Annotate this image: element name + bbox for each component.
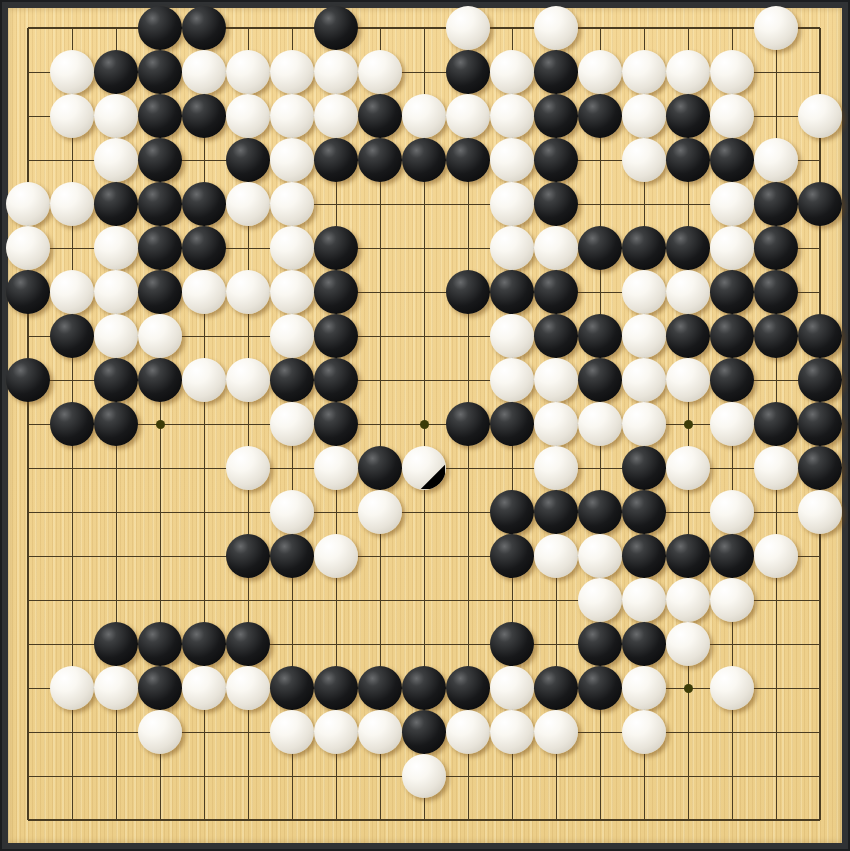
white-stone	[94, 314, 138, 358]
white-stone	[490, 314, 534, 358]
star-point	[684, 420, 693, 429]
white-stone	[94, 94, 138, 138]
white-stone	[490, 226, 534, 270]
white-stone	[226, 666, 270, 710]
white-stone	[534, 534, 578, 578]
black-stone	[138, 6, 182, 50]
black-stone	[534, 138, 578, 182]
black-stone	[50, 402, 94, 446]
white-stone	[182, 666, 226, 710]
white-stone	[666, 50, 710, 94]
black-stone	[622, 226, 666, 270]
black-stone	[710, 138, 754, 182]
white-stone	[94, 138, 138, 182]
white-stone	[270, 138, 314, 182]
black-stone	[138, 622, 182, 666]
white-stone	[314, 94, 358, 138]
black-stone	[358, 446, 402, 490]
black-stone	[138, 138, 182, 182]
white-stone	[754, 6, 798, 50]
white-stone	[578, 402, 622, 446]
white-stone	[50, 94, 94, 138]
black-stone	[710, 358, 754, 402]
black-stone	[622, 534, 666, 578]
white-stone	[490, 182, 534, 226]
white-stone	[578, 534, 622, 578]
white-stone	[402, 94, 446, 138]
black-stone	[754, 182, 798, 226]
black-stone	[446, 270, 490, 314]
star-point	[420, 420, 429, 429]
white-stone	[358, 710, 402, 754]
white-stone	[270, 94, 314, 138]
white-stone	[490, 138, 534, 182]
white-stone	[710, 226, 754, 270]
white-stone	[666, 622, 710, 666]
black-stone	[138, 666, 182, 710]
white-stone	[710, 490, 754, 534]
white-stone	[490, 94, 534, 138]
black-stone	[710, 534, 754, 578]
black-stone	[490, 270, 534, 314]
black-stone	[578, 314, 622, 358]
white-stone	[622, 94, 666, 138]
black-stone	[182, 182, 226, 226]
white-stone	[490, 666, 534, 710]
white-stone	[94, 270, 138, 314]
grid-line	[28, 819, 820, 821]
white-stone	[314, 710, 358, 754]
white-stone	[138, 314, 182, 358]
star-point	[156, 420, 165, 429]
black-stone	[94, 182, 138, 226]
white-stone	[270, 402, 314, 446]
white-stone	[578, 578, 622, 622]
black-stone	[798, 446, 842, 490]
black-stone	[138, 182, 182, 226]
white-stone	[490, 358, 534, 402]
black-stone	[270, 534, 314, 578]
last-move-triangle-marker	[419, 463, 445, 489]
black-stone	[94, 402, 138, 446]
white-stone	[358, 50, 402, 94]
white-stone	[710, 182, 754, 226]
black-stone	[666, 138, 710, 182]
white-stone	[666, 578, 710, 622]
white-stone	[358, 490, 402, 534]
black-stone	[534, 490, 578, 534]
white-stone	[270, 50, 314, 94]
black-stone	[314, 138, 358, 182]
white-stone	[754, 534, 798, 578]
white-stone	[534, 6, 578, 50]
black-stone	[666, 226, 710, 270]
white-stone	[754, 446, 798, 490]
black-stone	[446, 50, 490, 94]
white-stone	[402, 754, 446, 798]
black-stone	[710, 270, 754, 314]
white-stone	[534, 358, 578, 402]
black-stone	[314, 402, 358, 446]
black-stone	[754, 402, 798, 446]
black-stone	[358, 94, 402, 138]
black-stone	[534, 314, 578, 358]
black-stone	[666, 94, 710, 138]
black-stone	[138, 358, 182, 402]
black-stone	[94, 50, 138, 94]
go-board[interactable]	[8, 8, 842, 843]
black-stone	[138, 226, 182, 270]
black-stone	[534, 666, 578, 710]
black-stone	[578, 94, 622, 138]
black-stone	[138, 94, 182, 138]
black-stone	[578, 622, 622, 666]
black-stone	[798, 358, 842, 402]
black-stone	[6, 270, 50, 314]
white-stone	[622, 138, 666, 182]
black-stone	[182, 94, 226, 138]
black-stone	[314, 358, 358, 402]
black-stone	[534, 270, 578, 314]
white-stone	[182, 358, 226, 402]
white-stone	[710, 402, 754, 446]
black-stone	[666, 314, 710, 358]
black-stone	[710, 314, 754, 358]
black-stone	[446, 666, 490, 710]
white-stone	[446, 710, 490, 754]
white-stone	[226, 358, 270, 402]
white-stone	[6, 182, 50, 226]
go-app-screenshot	[0, 0, 850, 851]
white-stone	[710, 94, 754, 138]
white-stone	[622, 50, 666, 94]
white-stone	[226, 94, 270, 138]
star-point	[684, 684, 693, 693]
white-stone	[270, 314, 314, 358]
black-stone	[446, 402, 490, 446]
white-stone	[270, 710, 314, 754]
black-stone	[754, 270, 798, 314]
black-stone	[270, 358, 314, 402]
black-stone	[182, 6, 226, 50]
white-stone	[446, 6, 490, 50]
black-stone	[578, 226, 622, 270]
black-stone	[226, 138, 270, 182]
black-stone	[490, 490, 534, 534]
black-stone	[314, 6, 358, 50]
black-stone	[754, 314, 798, 358]
white-stone	[314, 534, 358, 578]
black-stone	[666, 534, 710, 578]
white-stone	[622, 314, 666, 358]
white-stone	[314, 446, 358, 490]
black-stone	[270, 666, 314, 710]
black-stone	[358, 666, 402, 710]
white-stone	[622, 358, 666, 402]
white-stone	[50, 270, 94, 314]
black-stone	[358, 138, 402, 182]
black-stone	[622, 622, 666, 666]
black-stone	[798, 402, 842, 446]
black-stone	[578, 490, 622, 534]
white-stone	[622, 270, 666, 314]
white-stone	[314, 50, 358, 94]
white-stone	[710, 50, 754, 94]
white-stone	[578, 50, 622, 94]
white-stone	[270, 226, 314, 270]
black-stone	[138, 50, 182, 94]
black-stone	[314, 226, 358, 270]
black-stone	[402, 138, 446, 182]
white-stone	[182, 270, 226, 314]
black-stone	[182, 226, 226, 270]
black-stone	[578, 666, 622, 710]
black-stone	[182, 622, 226, 666]
white-stone	[270, 490, 314, 534]
black-stone	[490, 402, 534, 446]
black-stone	[314, 270, 358, 314]
white-stone	[710, 578, 754, 622]
white-stone	[270, 182, 314, 226]
white-stone	[94, 226, 138, 270]
white-stone	[622, 666, 666, 710]
black-stone	[138, 270, 182, 314]
black-stone	[622, 446, 666, 490]
white-stone	[490, 710, 534, 754]
black-stone	[226, 534, 270, 578]
black-stone	[534, 182, 578, 226]
white-stone	[622, 578, 666, 622]
black-stone	[534, 50, 578, 94]
black-stone	[446, 138, 490, 182]
black-stone	[798, 182, 842, 226]
white-stone	[94, 666, 138, 710]
white-stone	[534, 226, 578, 270]
black-stone	[490, 622, 534, 666]
black-stone	[402, 666, 446, 710]
white-stone	[666, 358, 710, 402]
black-stone	[226, 622, 270, 666]
black-stone	[754, 226, 798, 270]
white-stone	[226, 270, 270, 314]
white-stone	[138, 710, 182, 754]
white-stone	[270, 270, 314, 314]
black-stone	[314, 314, 358, 358]
grid-line	[28, 512, 820, 513]
white-stone	[622, 710, 666, 754]
black-stone	[314, 666, 358, 710]
white-stone	[50, 182, 94, 226]
black-stone	[94, 622, 138, 666]
white-stone	[226, 50, 270, 94]
white-stone	[798, 94, 842, 138]
white-stone	[226, 446, 270, 490]
black-stone	[622, 490, 666, 534]
black-stone	[534, 94, 578, 138]
white-stone	[710, 666, 754, 710]
white-stone	[50, 666, 94, 710]
white-stone	[182, 50, 226, 94]
white-stone	[534, 402, 578, 446]
white-stone	[798, 490, 842, 534]
white-stone	[754, 138, 798, 182]
black-stone	[6, 358, 50, 402]
black-stone	[402, 710, 446, 754]
white-stone	[50, 50, 94, 94]
black-stone	[798, 314, 842, 358]
black-stone	[490, 534, 534, 578]
white-stone	[490, 50, 534, 94]
white-stone	[6, 226, 50, 270]
white-stone	[534, 710, 578, 754]
black-stone	[578, 358, 622, 402]
black-stone	[50, 314, 94, 358]
white-stone	[534, 446, 578, 490]
white-stone	[622, 402, 666, 446]
white-stone	[226, 182, 270, 226]
white-stone-marked	[402, 446, 446, 490]
white-stone	[666, 446, 710, 490]
white-stone	[446, 94, 490, 138]
black-stone	[94, 358, 138, 402]
white-stone	[666, 270, 710, 314]
